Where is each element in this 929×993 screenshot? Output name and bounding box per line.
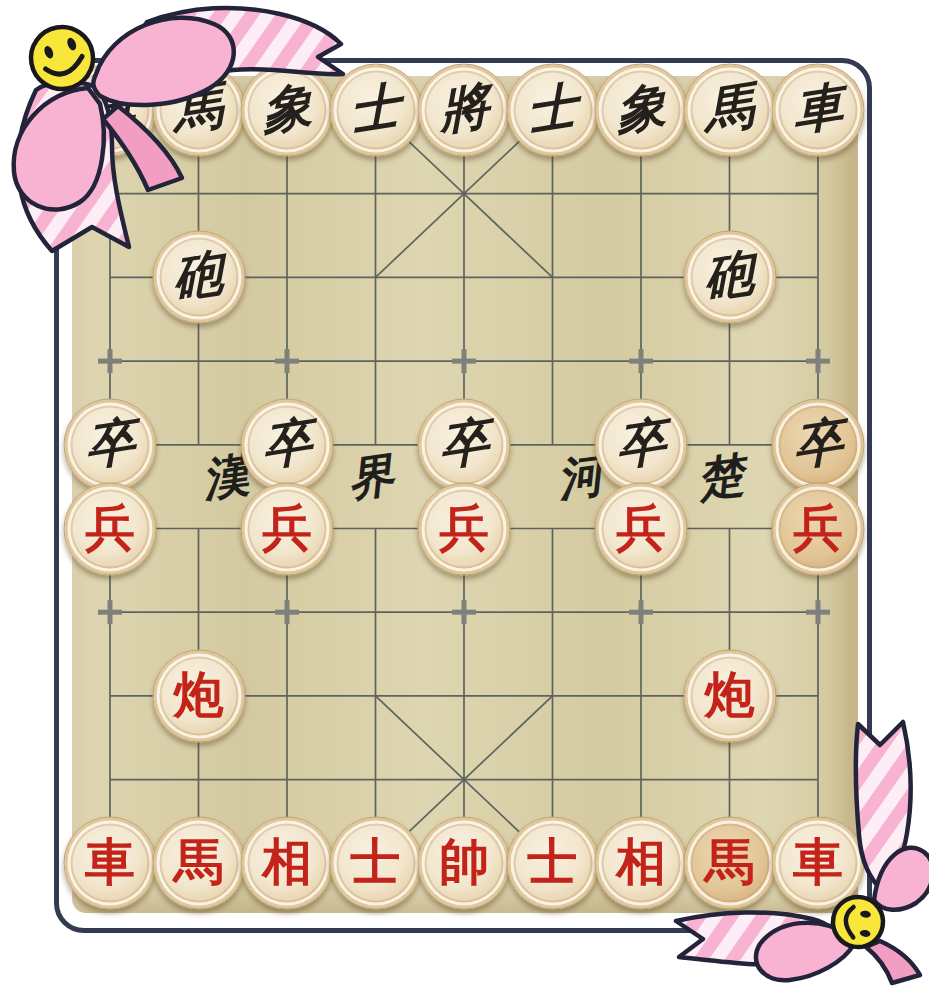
- piece-red-advisor-f10[interactable]: 士: [506, 817, 599, 910]
- piece-character: 炮: [705, 669, 755, 722]
- piece-character: 砲: [172, 247, 224, 308]
- piece-red-cannon-h8[interactable]: 炮: [683, 649, 776, 742]
- piece-black-soldier-i5[interactable]: 卒: [772, 398, 865, 491]
- piece-red-soldier-c6[interactable]: 兵: [241, 482, 334, 575]
- piece-character: 車: [792, 79, 844, 140]
- piece-black-advisor-d1[interactable]: 士: [329, 64, 422, 157]
- piece-red-elephant-g10[interactable]: 相: [595, 817, 688, 910]
- piece-black-cannon-h3[interactable]: 砲: [683, 231, 776, 324]
- ribbon-bow-petal-upper: [874, 848, 929, 910]
- piece-red-cannon-b8[interactable]: 炮: [152, 649, 245, 742]
- piece-character: 卒: [261, 414, 313, 475]
- piece-character: 兵: [262, 502, 312, 555]
- piece-black-cannon-b3[interactable]: 砲: [152, 231, 245, 324]
- piece-character: 象: [261, 79, 313, 140]
- piece-black-elephant-c1[interactable]: 象: [241, 64, 334, 157]
- piece-character: 炮: [174, 669, 224, 722]
- piece-character: 馬: [172, 79, 224, 140]
- piece-character: 兵: [439, 502, 489, 555]
- piece-black-horse-h1[interactable]: 馬: [683, 64, 776, 157]
- piece-red-soldier-a6[interactable]: 兵: [64, 482, 157, 575]
- piece-black-general-e1[interactable]: 將: [418, 64, 511, 157]
- piece-red-horse-b10[interactable]: 馬: [152, 817, 245, 910]
- piece-character: 馬: [705, 837, 755, 890]
- piece-character: 車: [85, 837, 135, 890]
- piece-character: 卒: [615, 414, 667, 475]
- piece-character: 車: [793, 837, 843, 890]
- page: 漢界河楚 車馬象士將士象馬車砲砲卒卒卒卒卒兵兵兵兵兵炮炮車馬相士帥士相馬車: [0, 0, 929, 993]
- piece-character: 馬: [174, 837, 224, 890]
- piece-black-advisor-f1[interactable]: 士: [506, 64, 599, 157]
- piece-black-chariot-a1[interactable]: 車: [64, 64, 157, 157]
- xiangqi-board: 漢界河楚 車馬象士將士象馬車砲砲卒卒卒卒卒兵兵兵兵兵炮炮車馬相士帥士相馬車: [72, 76, 858, 913]
- river-character: 楚: [692, 446, 754, 507]
- smiley-eye-left: [43, 45, 55, 60]
- piece-black-soldier-g5[interactable]: 卒: [595, 398, 688, 491]
- piece-red-advisor-d10[interactable]: 士: [329, 817, 422, 910]
- piece-red-soldier-i6[interactable]: 兵: [772, 482, 865, 575]
- piece-character: 相: [262, 837, 312, 890]
- piece-character: 相: [616, 837, 666, 890]
- piece-character: 卒: [792, 414, 844, 475]
- piece-red-chariot-a10[interactable]: 車: [64, 817, 157, 910]
- piece-character: 馬: [703, 79, 755, 140]
- piece-character: 帥: [439, 837, 489, 890]
- piece-black-soldier-c5[interactable]: 卒: [241, 398, 334, 491]
- ribbon-bow-tail-center: [866, 941, 920, 983]
- piece-red-chariot-i10[interactable]: 車: [772, 817, 865, 910]
- piece-character: 兵: [793, 502, 843, 555]
- piece-red-general-e10[interactable]: 帥: [418, 817, 511, 910]
- piece-black-chariot-i1[interactable]: 車: [772, 64, 865, 157]
- smiley-eye-right: [66, 37, 78, 52]
- piece-black-soldier-a5[interactable]: 卒: [64, 398, 157, 491]
- piece-character: 士: [349, 79, 401, 140]
- piece-character: 卒: [84, 414, 136, 475]
- river-character: 界: [344, 447, 399, 507]
- piece-character: 士: [526, 79, 578, 140]
- piece-character: 士: [351, 837, 401, 890]
- piece-character: 砲: [703, 247, 755, 308]
- piece-character: 象: [615, 79, 667, 140]
- piece-red-elephant-c10[interactable]: 相: [241, 817, 334, 910]
- piece-character: 士: [528, 837, 578, 890]
- piece-character: 車: [84, 79, 136, 140]
- smiley-eye-right: [859, 929, 871, 938]
- piece-black-horse-b1[interactable]: 馬: [152, 64, 245, 157]
- piece-red-soldier-g6[interactable]: 兵: [595, 482, 688, 575]
- piece-character: 將: [438, 79, 490, 140]
- piece-black-elephant-g1[interactable]: 象: [595, 64, 688, 157]
- piece-red-soldier-e6[interactable]: 兵: [418, 482, 511, 575]
- piece-character: 兵: [616, 502, 666, 555]
- piece-black-soldier-e5[interactable]: 卒: [418, 398, 511, 491]
- piece-red-horse-h10[interactable]: 馬: [683, 817, 776, 910]
- piece-character: 卒: [438, 414, 490, 475]
- piece-character: 兵: [85, 502, 135, 555]
